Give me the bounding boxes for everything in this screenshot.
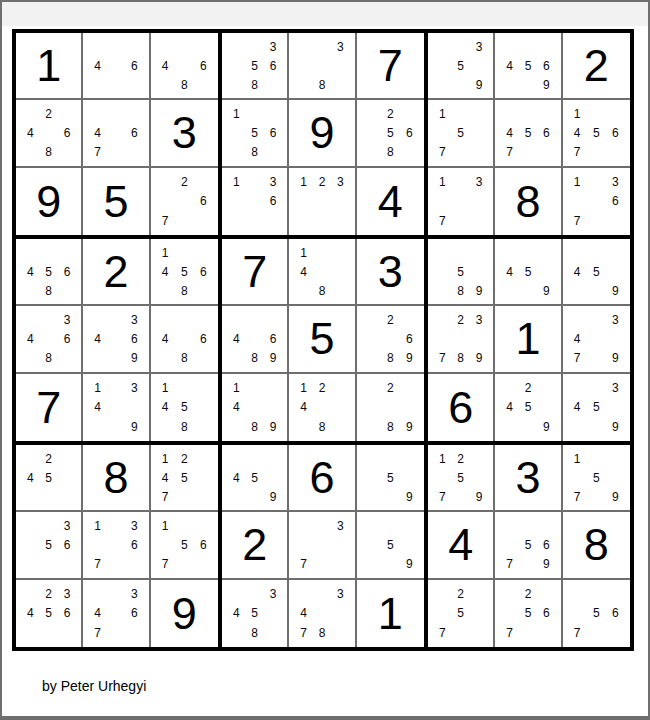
cell-r7c1[interactable]: 245 [16, 445, 83, 512]
cell-r7c8[interactable]: 3 [495, 445, 562, 512]
pencil-mark-pos-1: 1 [156, 516, 175, 535]
pencil-mark-pos-3: 3 [264, 584, 282, 604]
pencil-mark-pos-8 [313, 211, 331, 231]
pencil-mark-pos-9: 9 [264, 417, 282, 437]
pencil-mark-pos-5 [451, 329, 469, 348]
pencil-mark-pos-2 [519, 516, 537, 535]
cell-r6c4[interactable]: 1489 [222, 374, 289, 441]
pencil-mark-pos-1 [362, 449, 381, 468]
cell-r4c8[interactable]: 459 [495, 239, 562, 306]
cell-r8c5[interactable]: 37 [289, 512, 356, 579]
pencil-mark-pos-3 [194, 310, 213, 329]
cell-r6c6[interactable]: 289 [357, 374, 424, 441]
pencil-mark-pos-3 [606, 584, 625, 604]
cell-r3c2[interactable]: 5 [83, 168, 150, 235]
pencil-marks: 12457 [151, 445, 218, 510]
pencil-mark-pos-8: 8 [313, 75, 331, 94]
pencil-mark-pos-6: 6 [537, 603, 555, 623]
cell-r8c4[interactable]: 2 [222, 512, 289, 579]
pencil-mark-pos-8 [39, 487, 57, 506]
pencil-mark-pos-4 [362, 397, 381, 417]
pencil-mark-pos-5: 5 [519, 262, 537, 281]
box-6: 5894594592378913479624593459 [426, 237, 632, 443]
pencil-mark-pos-6: 6 [264, 56, 282, 75]
pencil-mark-pos-8 [519, 417, 537, 437]
pencil-mark-pos-9: 9 [264, 487, 282, 506]
pencil-mark-pos-8: 8 [313, 623, 331, 643]
pencil-mark-pos-2: 2 [381, 310, 400, 329]
pencil-mark-pos-2 [39, 243, 57, 262]
cell-r1c2[interactable]: 46 [83, 33, 150, 100]
cell-r1c6[interactable]: 7 [357, 33, 424, 100]
pencil-marks: 12579 [428, 445, 493, 510]
box-4: 456821456834683469468713491458 [14, 237, 220, 443]
pencil-mark-pos-7 [227, 623, 245, 643]
cell-r5c1[interactable]: 3468 [16, 306, 83, 373]
pencil-mark-pos-3 [537, 243, 555, 262]
pencil-mark-pos-2 [587, 584, 606, 604]
cell-r4c2[interactable]: 2 [83, 239, 150, 306]
cell-r8c8[interactable]: 5679 [495, 512, 562, 579]
pencil-mark-pos-1 [227, 37, 245, 56]
pencil-mark-pos-7 [88, 417, 106, 437]
pencil-mark-pos-9 [537, 623, 555, 643]
pencil-mark-pos-1 [433, 310, 451, 329]
pencil-marks: 1568 [222, 100, 287, 165]
cell-r9c4[interactable]: 3458 [222, 580, 289, 647]
solved-digit: 2 [103, 249, 128, 294]
pencil-marks: 123 [289, 168, 354, 235]
pencil-mark-pos-6: 6 [58, 123, 76, 142]
pencil-mark-pos-9 [470, 143, 488, 162]
pencil-mark-pos-5 [175, 56, 194, 75]
pencil-mark-pos-7: 7 [433, 623, 451, 643]
pencil-mark-pos-7 [568, 417, 587, 437]
pencil-mark-pos-2: 2 [313, 378, 331, 398]
cell-r7c4[interactable]: 459 [222, 445, 289, 512]
pencil-mark-pos-3 [194, 378, 213, 398]
solved-digit: 9 [172, 591, 197, 636]
pencil-mark-pos-5: 5 [381, 123, 400, 142]
pencil-mark-pos-6: 6 [125, 56, 143, 75]
cell-r9c8[interactable]: 2567 [495, 580, 562, 647]
pencil-mark-pos-8 [107, 623, 125, 643]
cell-r4c6[interactable]: 3 [357, 239, 424, 306]
pencil-mark-pos-1: 1 [227, 104, 245, 123]
pencil-mark-pos-9 [331, 211, 349, 231]
cell-r9c3[interactable]: 9 [151, 580, 218, 647]
pencil-mark-pos-6 [470, 329, 488, 348]
cell-r6c7[interactable]: 6 [428, 374, 495, 441]
pencil-mark-pos-2: 2 [39, 104, 57, 123]
cell-r2c3[interactable]: 3 [151, 100, 218, 167]
pencil-mark-pos-3 [400, 516, 419, 535]
pencil-mark-pos-9 [400, 143, 419, 162]
pencil-mark-pos-5: 5 [245, 468, 263, 487]
pencil-mark-pos-5: 5 [587, 468, 606, 487]
cell-r6c5[interactable]: 1248 [289, 374, 356, 441]
pencil-mark-pos-3: 3 [264, 172, 282, 192]
pencil-mark-pos-8: 8 [175, 281, 194, 300]
cell-r3c8[interactable]: 8 [495, 168, 562, 235]
pencil-mark-pos-2 [587, 172, 606, 192]
cell-r7c9[interactable]: 1579 [563, 445, 630, 512]
box-7: 245812457356136715672345634679 [14, 443, 220, 649]
cell-r9c2[interactable]: 3467 [83, 580, 150, 647]
pencil-mark-pos-2: 2 [313, 172, 331, 192]
pencil-mark-pos-2 [245, 584, 263, 604]
pencil-mark-pos-5 [107, 123, 125, 142]
pencil-mark-pos-4 [362, 329, 381, 348]
pencil-mark-pos-7: 7 [88, 623, 106, 643]
cell-r7c3[interactable]: 12457 [151, 445, 218, 512]
pencil-mark-pos-3: 3 [606, 310, 625, 329]
pencil-mark-pos-3: 3 [470, 37, 488, 56]
pencil-mark-pos-7: 7 [568, 211, 587, 231]
pencil-mark-pos-1 [568, 243, 587, 262]
pencil-mark-pos-8 [175, 487, 194, 506]
cell-r4c1[interactable]: 4568 [16, 239, 83, 306]
pencil-mark-pos-9 [125, 623, 143, 643]
pencil-mark-pos-3 [264, 310, 282, 329]
pencil-mark-pos-5: 5 [451, 603, 469, 623]
pencil-mark-pos-4 [227, 191, 245, 211]
pencil-mark-pos-4: 4 [21, 468, 39, 487]
cell-r5c3[interactable]: 468 [151, 306, 218, 373]
pencil-mark-pos-6: 6 [194, 56, 213, 75]
pencil-mark-pos-6: 6 [606, 603, 625, 623]
pencil-mark-pos-7 [500, 75, 518, 94]
cell-r5c7[interactable]: 23789 [428, 306, 495, 373]
cell-r3c4[interactable]: 136 [222, 168, 289, 235]
pencil-mark-pos-2 [587, 378, 606, 398]
cell-r3c1[interactable]: 9 [16, 168, 83, 235]
pencil-mark-pos-7 [362, 487, 381, 506]
pencil-marks: 356 [16, 512, 81, 577]
cell-r1c4[interactable]: 3568 [222, 33, 289, 100]
pencil-mark-pos-4: 4 [500, 56, 518, 75]
pencil-mark-pos-7: 7 [433, 143, 451, 162]
pencil-mark-pos-9: 9 [470, 75, 488, 94]
cell-r6c1[interactable]: 7 [16, 374, 83, 441]
cell-r2c5[interactable]: 9 [289, 100, 356, 167]
cell-r4c7[interactable]: 589 [428, 239, 495, 306]
pencil-mark-pos-9 [606, 143, 625, 162]
cell-r2c6[interactable]: 2568 [357, 100, 424, 167]
pencil-mark-pos-7 [21, 281, 39, 300]
pencil-mark-pos-3: 3 [331, 37, 349, 56]
pencil-marks: 137 [428, 168, 493, 235]
cell-r8c7[interactable]: 4 [428, 512, 495, 579]
pencil-mark-pos-2 [313, 37, 331, 56]
pencil-mark-pos-5: 5 [175, 262, 194, 281]
cell-r9c9[interactable]: 567 [563, 580, 630, 647]
pencil-mark-pos-6 [194, 397, 213, 417]
pencil-mark-pos-2 [245, 310, 263, 329]
cell-r6c2[interactable]: 1349 [83, 374, 150, 441]
pencil-mark-pos-3 [194, 516, 213, 535]
pencil-mark-pos-9 [58, 143, 76, 162]
pencil-mark-pos-3 [537, 37, 555, 56]
pencil-mark-pos-6 [331, 56, 349, 75]
pencil-mark-pos-7 [21, 555, 39, 574]
cell-r5c6[interactable]: 2689 [357, 306, 424, 373]
pencil-mark-pos-3 [58, 104, 76, 123]
pencil-mark-pos-9 [194, 75, 213, 94]
pencil-mark-pos-6 [400, 468, 419, 487]
pencil-mark-pos-7: 7 [500, 555, 518, 574]
pencil-mark-pos-5: 5 [245, 603, 263, 623]
cell-r7c7[interactable]: 12579 [428, 445, 495, 512]
pencil-mark-pos-9 [58, 281, 76, 300]
pencil-mark-pos-9 [58, 623, 76, 643]
cell-r4c5[interactable]: 148 [289, 239, 356, 306]
pencil-mark-pos-6 [331, 191, 349, 211]
cell-r3c9[interactable]: 1367 [563, 168, 630, 235]
pencil-mark-pos-1 [500, 37, 518, 56]
solved-digit: 9 [36, 179, 61, 224]
solved-digit: 1 [36, 43, 61, 88]
pencil-mark-pos-3 [400, 378, 419, 398]
sudoku-board: 1464682468467395267356838715689256813612… [12, 29, 634, 651]
pencil-mark-pos-1 [294, 584, 312, 604]
pencil-mark-pos-4: 4 [156, 329, 175, 348]
pencil-mark-pos-1 [21, 104, 39, 123]
pencil-mark-pos-7 [227, 75, 245, 94]
cell-r9c5[interactable]: 3478 [289, 580, 356, 647]
pencil-mark-pos-3: 3 [331, 516, 349, 535]
pencil-marks: 257 [428, 580, 493, 647]
box-9: 12579315794567982572567567 [426, 443, 632, 649]
cell-r2c7[interactable]: 157 [428, 100, 495, 167]
cell-r5c9[interactable]: 3479 [563, 306, 630, 373]
pencil-mark-pos-5: 5 [39, 468, 57, 487]
pencil-mark-pos-7 [294, 417, 312, 437]
cell-r7c6[interactable]: 59 [357, 445, 424, 512]
solved-digit: 5 [103, 179, 128, 224]
cell-r5c4[interactable]: 4689 [222, 306, 289, 373]
pencil-mark-pos-2 [587, 104, 606, 123]
pencil-mark-pos-3 [537, 378, 555, 398]
cell-r7c5[interactable]: 6 [289, 445, 356, 512]
pencil-mark-pos-1 [21, 310, 39, 329]
pencil-mark-pos-5 [245, 397, 263, 417]
pencil-mark-pos-2 [587, 310, 606, 329]
pencil-mark-pos-7: 7 [568, 623, 587, 643]
pencil-marks: 4567 [495, 100, 560, 165]
cell-r9c6[interactable]: 1 [357, 580, 424, 647]
cell-r3c6[interactable]: 4 [357, 168, 424, 235]
cell-r9c7[interactable]: 257 [428, 580, 495, 647]
pencil-mark-pos-8: 8 [381, 417, 400, 437]
pencil-mark-pos-5: 5 [245, 123, 263, 142]
pencil-mark-pos-8: 8 [175, 75, 194, 94]
cell-r5c2[interactable]: 3469 [83, 306, 150, 373]
pencil-mark-pos-5: 5 [381, 468, 400, 487]
pencil-mark-pos-7 [88, 75, 106, 94]
pencil-mark-pos-4 [500, 603, 518, 623]
pencil-mark-pos-2 [175, 37, 194, 56]
pencil-mark-pos-7 [21, 623, 39, 643]
cell-r7c2[interactable]: 8 [83, 445, 150, 512]
pencil-mark-pos-8 [587, 211, 606, 231]
pencil-mark-pos-1 [362, 310, 381, 329]
pencil-marks: 567 [563, 580, 630, 647]
cell-r5c5[interactable]: 5 [289, 306, 356, 373]
cell-r1c3[interactable]: 468 [151, 33, 218, 100]
pencil-mark-pos-6 [470, 262, 488, 281]
cell-r8c9[interactable]: 8 [563, 512, 630, 579]
cell-r8c6[interactable]: 59 [357, 512, 424, 579]
cell-r2c1[interactable]: 2468 [16, 100, 83, 167]
pencil-mark-pos-9 [331, 417, 349, 437]
cell-r4c4[interactable]: 7 [222, 239, 289, 306]
pencil-mark-pos-2 [245, 449, 263, 468]
pencil-mark-pos-4: 4 [500, 262, 518, 281]
cell-r6c9[interactable]: 3459 [563, 374, 630, 441]
cell-r2c8[interactable]: 4567 [495, 100, 562, 167]
cell-r2c2[interactable]: 467 [83, 100, 150, 167]
pencil-mark-pos-7: 7 [568, 349, 587, 368]
pencil-mark-pos-4: 4 [156, 397, 175, 417]
solved-digit: 8 [584, 522, 609, 567]
pencil-mark-pos-8: 8 [39, 143, 57, 162]
pencil-mark-pos-9 [194, 211, 213, 231]
pencil-mark-pos-4: 4 [294, 262, 312, 281]
puzzle-page: 1464682468467395267356838715689256813612… [0, 0, 650, 720]
pencil-mark-pos-4: 4 [156, 56, 175, 75]
cell-r1c9[interactable]: 2 [563, 33, 630, 100]
pencil-mark-pos-9 [264, 623, 282, 643]
cell-r3c7[interactable]: 137 [428, 168, 495, 235]
cell-r8c1[interactable]: 356 [16, 512, 83, 579]
cell-r1c8[interactable]: 4569 [495, 33, 562, 100]
pencil-mark-pos-9 [125, 75, 143, 94]
pencil-mark-pos-4 [433, 191, 451, 211]
cell-r6c3[interactable]: 1458 [151, 374, 218, 441]
pencil-mark-pos-2 [313, 584, 331, 604]
pencil-mark-pos-9: 9 [264, 349, 282, 368]
pencil-marks: 23456 [16, 580, 81, 647]
pencil-mark-pos-9 [58, 349, 76, 368]
pencil-mark-pos-3 [194, 449, 213, 468]
pencil-mark-pos-6: 6 [537, 535, 555, 554]
pencil-mark-pos-2 [175, 378, 194, 398]
pencil-marks: 3458 [222, 580, 287, 647]
box-2: 35683871568925681361234 [220, 31, 426, 237]
cell-r3c5[interactable]: 123 [289, 168, 356, 235]
pencil-mark-pos-4 [568, 603, 587, 623]
pencil-marks: 1367 [83, 512, 148, 577]
cell-r5c8[interactable]: 1 [495, 306, 562, 373]
pencil-mark-pos-3 [58, 243, 76, 262]
cell-r4c3[interactable]: 14568 [151, 239, 218, 306]
cell-r2c9[interactable]: 14567 [563, 100, 630, 167]
pencil-mark-pos-6 [264, 397, 282, 417]
box-5: 7148346895268914891248289 [220, 237, 426, 443]
pencil-mark-pos-4: 4 [21, 603, 39, 623]
solved-digit: 4 [448, 522, 473, 567]
pencil-mark-pos-4 [156, 191, 175, 211]
cell-r8c2[interactable]: 1367 [83, 512, 150, 579]
cell-r8c3[interactable]: 1567 [151, 512, 218, 579]
pencil-marks: 467 [83, 100, 148, 165]
pencil-marks: 468 [151, 33, 218, 98]
pencil-mark-pos-9 [194, 417, 213, 437]
cell-r4c9[interactable]: 459 [563, 239, 630, 306]
pencil-mark-pos-9 [194, 281, 213, 300]
solved-digit: 6 [309, 455, 334, 500]
cell-r1c7[interactable]: 359 [428, 33, 495, 100]
pencil-mark-pos-1 [156, 172, 175, 192]
pencil-mark-pos-2 [451, 172, 469, 192]
pencil-mark-pos-9 [331, 281, 349, 300]
pencil-mark-pos-6: 6 [125, 535, 143, 554]
pencil-mark-pos-2 [381, 516, 400, 535]
pencil-mark-pos-1: 1 [433, 104, 451, 123]
pencil-mark-pos-2: 2 [519, 378, 537, 398]
pencil-mark-pos-4: 4 [88, 603, 106, 623]
pencil-mark-pos-3 [537, 104, 555, 123]
pencil-mark-pos-3: 3 [58, 310, 76, 329]
pencil-mark-pos-1 [433, 37, 451, 56]
pencil-mark-pos-5 [107, 56, 125, 75]
cell-r1c1[interactable]: 1 [16, 33, 83, 100]
pencil-mark-pos-1 [362, 378, 381, 398]
pencil-mark-pos-1 [88, 104, 106, 123]
pencil-mark-pos-3 [606, 449, 625, 468]
pencil-marks: 1367 [563, 168, 630, 235]
solved-digit: 4 [378, 179, 403, 224]
pencil-mark-pos-9: 9 [125, 417, 143, 437]
pencil-mark-pos-9 [58, 487, 76, 506]
pencil-marks: 267 [151, 168, 218, 235]
pencil-mark-pos-7 [433, 75, 451, 94]
pencil-mark-pos-8 [175, 211, 194, 231]
pencil-mark-pos-6: 6 [58, 329, 76, 348]
pencil-mark-pos-3: 3 [58, 584, 76, 604]
cell-r1c5[interactable]: 38 [289, 33, 356, 100]
pencil-mark-pos-7 [21, 349, 39, 368]
pencil-mark-pos-5: 5 [451, 468, 469, 487]
pencil-mark-pos-2 [175, 310, 194, 329]
pencil-mark-pos-5: 5 [519, 397, 537, 417]
pencil-mark-pos-6: 6 [400, 329, 419, 348]
pencil-mark-pos-4: 4 [568, 262, 587, 281]
cell-r6c8[interactable]: 2459 [495, 374, 562, 441]
pencil-mark-pos-4: 4 [21, 262, 39, 281]
pencil-mark-pos-2 [587, 449, 606, 468]
pencil-mark-pos-9: 9 [537, 281, 555, 300]
cell-r2c4[interactable]: 1568 [222, 100, 289, 167]
pencil-mark-pos-7 [156, 281, 175, 300]
cell-r3c3[interactable]: 267 [151, 168, 218, 235]
pencil-mark-pos-4: 4 [88, 329, 106, 348]
pencil-mark-pos-1 [227, 584, 245, 604]
pencil-mark-pos-7: 7 [500, 623, 518, 643]
pencil-mark-pos-1 [568, 310, 587, 329]
pencil-mark-pos-9: 9 [606, 281, 625, 300]
cell-r9c1[interactable]: 23456 [16, 580, 83, 647]
pencil-mark-pos-6 [331, 603, 349, 623]
pencil-mark-pos-8 [39, 555, 57, 574]
box-8: 45965923759345834781 [220, 443, 426, 649]
pencil-mark-pos-2: 2 [39, 449, 57, 468]
pencil-mark-pos-1 [500, 104, 518, 123]
pencil-mark-pos-6: 6 [264, 329, 282, 348]
pencil-mark-pos-7 [227, 417, 245, 437]
pencil-mark-pos-3 [470, 243, 488, 262]
